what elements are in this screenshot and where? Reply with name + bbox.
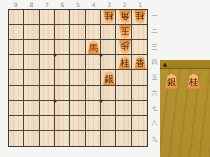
board-square-9-4[interactable] (9, 55, 24, 70)
piece-glyph: 歩 (120, 40, 129, 51)
file-label-1: 1 (133, 1, 149, 8)
piece-glyph: 桂 (189, 77, 198, 89)
file-label-7: 7 (39, 1, 55, 8)
board-square-6-2[interactable] (55, 25, 70, 40)
piece-glyph: 桂 (105, 10, 114, 21)
board-square-5-2[interactable] (70, 25, 85, 40)
board-square-3-2[interactable] (101, 25, 116, 40)
board-square-1-2[interactable] (132, 25, 147, 40)
board-square-5-8[interactable] (70, 116, 85, 131)
file-label-3: 3 (101, 1, 117, 8)
sente-marker-icon: ▲ (163, 62, 167, 67)
board-square-9-9[interactable] (9, 131, 24, 146)
board-square-2-6[interactable] (116, 86, 131, 101)
board-square-8-6[interactable] (24, 86, 39, 101)
rank-label-8: 八 (150, 116, 159, 131)
piece-glyph: 桂 (120, 59, 129, 70)
board-square-1-7[interactable] (132, 101, 147, 116)
star-point (53, 54, 56, 57)
star-point (100, 100, 103, 103)
board-square-7-8[interactable] (40, 116, 55, 131)
file-label-8: 8 (24, 1, 40, 8)
file-label-6: 6 (55, 1, 71, 8)
board-square-5-6[interactable] (70, 86, 85, 101)
board-square-8-2[interactable] (24, 25, 39, 40)
board-square-4-5[interactable] (86, 70, 101, 85)
board-square-6-8[interactable] (55, 116, 70, 131)
board-square-7-2[interactable] (40, 25, 55, 40)
board-square-8-1[interactable] (24, 10, 39, 25)
hand-piece-桂[interactable]: 桂 (187, 74, 200, 89)
rank-label-5: 五 (150, 70, 159, 85)
board-square-5-9[interactable] (70, 131, 85, 146)
rank-label-1: 一 (150, 9, 159, 24)
rank-label-2: 二 (150, 24, 159, 39)
board-square-6-7[interactable] (55, 101, 70, 116)
board-square-6-3[interactable] (55, 40, 70, 55)
piece-glyph: 香 (136, 59, 145, 70)
board-square-7-7[interactable] (40, 101, 55, 116)
board-square-3-7[interactable] (101, 101, 116, 116)
shogi-board: 桂角桂玉馬歩桂香銀 (8, 9, 148, 147)
board-square-9-5[interactable] (9, 70, 24, 85)
komadai-header: ▲ (160, 60, 210, 69)
board-square-5-4[interactable] (70, 55, 85, 70)
board-square-7-4[interactable] (40, 55, 55, 70)
board-square-9-6[interactable] (9, 86, 24, 101)
board-square-7-9[interactable] (40, 131, 55, 146)
board-square-7-1[interactable] (40, 10, 55, 25)
star-point (100, 54, 103, 57)
board-square-9-1[interactable] (9, 10, 24, 25)
piece-glyph: 銀 (167, 77, 176, 89)
piece-glyph: 桂 (136, 10, 145, 21)
rank-label-7: 七 (150, 101, 159, 116)
board-square-9-3[interactable] (9, 40, 24, 55)
piece-glyph: 馬 (89, 43, 98, 54)
board-square-4-1[interactable] (86, 10, 101, 25)
piece-glyph: 銀 (105, 74, 114, 85)
board-square-6-9[interactable] (55, 131, 70, 146)
board-square-8-7[interactable] (24, 101, 39, 116)
board-square-8-4[interactable] (24, 55, 39, 70)
board-square-3-3[interactable] (101, 40, 116, 55)
star-point (53, 100, 56, 103)
board-square-2-8[interactable] (116, 116, 131, 131)
komadai-sente: ▲ 銀桂 (160, 60, 210, 157)
board-square-5-5[interactable] (70, 70, 85, 85)
board-square-4-9[interactable] (86, 131, 101, 146)
board-square-6-6[interactable] (55, 86, 70, 101)
board-square-1-8[interactable] (132, 116, 147, 131)
file-label-5: 5 (70, 1, 86, 8)
sente-hand: 銀桂 (165, 74, 200, 89)
board-square-9-8[interactable] (9, 116, 24, 131)
board-square-3-8[interactable] (101, 116, 116, 131)
shogi-app: 987654321 一二三四五六七八九 桂角桂玉馬歩桂香銀 ▲ 銀桂 (0, 0, 210, 157)
file-label-2: 2 (117, 1, 133, 8)
board-square-8-3[interactable] (24, 40, 39, 55)
hand-piece-銀[interactable]: 銀 (165, 74, 178, 89)
board-square-2-7[interactable] (116, 101, 131, 116)
board-square-6-5[interactable] (55, 70, 70, 85)
piece-glyph: 玉 (120, 25, 129, 36)
board-square-2-5[interactable] (116, 70, 131, 85)
board-square-3-4[interactable] (101, 55, 116, 70)
board-square-8-9[interactable] (24, 131, 39, 146)
board-square-6-1[interactable] (55, 10, 70, 25)
board-square-3-9[interactable] (101, 131, 116, 146)
board-square-2-9[interactable] (116, 131, 131, 146)
rank-label-9: 九 (150, 132, 159, 147)
piece-glyph: 角 (120, 10, 129, 21)
rank-label-4: 四 (150, 55, 159, 70)
board-square-8-5[interactable] (24, 70, 39, 85)
board-square-4-6[interactable] (86, 86, 101, 101)
file-coordinates: 987654321 (8, 1, 148, 8)
file-label-4: 4 (86, 1, 102, 8)
board-square-9-2[interactable] (9, 25, 24, 40)
rank-coordinates: 一二三四五六七八九 (150, 9, 159, 147)
board-square-4-4[interactable] (86, 55, 101, 70)
board-square-7-6[interactable] (40, 86, 55, 101)
board-square-1-6[interactable] (132, 86, 147, 101)
rank-label-3: 三 (150, 40, 159, 55)
board-square-7-5[interactable] (40, 70, 55, 85)
board-square-4-2[interactable] (86, 25, 101, 40)
board-square-4-8[interactable] (86, 116, 101, 131)
board-square-1-5[interactable] (132, 70, 147, 85)
board-square-4-7[interactable] (86, 101, 101, 116)
board-square-1-9[interactable] (132, 131, 147, 146)
board-square-5-7[interactable] (70, 101, 85, 116)
rank-label-6: 六 (150, 86, 159, 101)
board-square-8-8[interactable] (24, 116, 39, 131)
board-square-5-1[interactable] (70, 10, 85, 25)
file-label-9: 9 (8, 1, 24, 8)
board-square-3-6[interactable] (101, 86, 116, 101)
board-square-5-3[interactable] (70, 40, 85, 55)
board-square-1-3[interactable] (132, 40, 147, 55)
board-square-6-4[interactable] (55, 55, 70, 70)
board-square-9-7[interactable] (9, 101, 24, 116)
